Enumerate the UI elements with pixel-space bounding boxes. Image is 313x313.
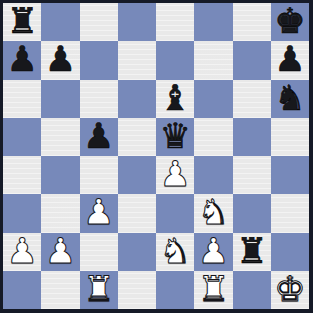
square-g1[interactable] — [233, 271, 271, 309]
square-e1[interactable] — [156, 271, 194, 309]
square-b2[interactable]: ♟ — [41, 233, 79, 271]
black-pawn: ♟ — [45, 41, 76, 78]
white-pawn: ♟ — [45, 233, 76, 270]
square-f8[interactable] — [194, 3, 232, 41]
square-f2[interactable]: ♟ — [194, 233, 232, 271]
square-g2[interactable]: ♜ — [233, 233, 271, 271]
square-a1[interactable] — [3, 271, 41, 309]
white-knight: ♞ — [198, 194, 229, 231]
square-d2[interactable] — [118, 233, 156, 271]
square-g3[interactable] — [233, 194, 271, 232]
black-bishop: ♝ — [159, 80, 190, 117]
chess-board: ♜♚♟♟♟♝♞♟♛♟♟♞♟♟♞♟♜♜♜♚ — [3, 3, 309, 309]
square-b1[interactable] — [41, 271, 79, 309]
square-g8[interactable] — [233, 3, 271, 41]
white-pawn: ♟ — [198, 233, 229, 270]
square-b6[interactable] — [41, 80, 79, 118]
square-d6[interactable] — [118, 80, 156, 118]
square-e7[interactable] — [156, 41, 194, 79]
square-f4[interactable] — [194, 156, 232, 194]
square-c7[interactable] — [80, 41, 118, 79]
square-g4[interactable] — [233, 156, 271, 194]
square-c2[interactable] — [80, 233, 118, 271]
white-rook: ♜ — [83, 271, 114, 308]
white-pawn: ♟ — [159, 156, 190, 193]
square-c1[interactable]: ♜ — [80, 271, 118, 309]
square-d5[interactable] — [118, 118, 156, 156]
square-c6[interactable] — [80, 80, 118, 118]
square-a5[interactable] — [3, 118, 41, 156]
square-h1[interactable]: ♚ — [271, 271, 309, 309]
square-g5[interactable] — [233, 118, 271, 156]
square-e6[interactable]: ♝ — [156, 80, 194, 118]
square-g6[interactable] — [233, 80, 271, 118]
square-d7[interactable] — [118, 41, 156, 79]
square-a6[interactable] — [3, 80, 41, 118]
black-king: ♚ — [274, 3, 305, 40]
white-king: ♚ — [274, 271, 305, 308]
square-c5[interactable]: ♟ — [80, 118, 118, 156]
square-e4[interactable]: ♟ — [156, 156, 194, 194]
square-e8[interactable] — [156, 3, 194, 41]
square-g7[interactable] — [233, 41, 271, 79]
black-rook: ♜ — [236, 233, 267, 270]
square-a8[interactable]: ♜ — [3, 3, 41, 41]
square-h3[interactable] — [271, 194, 309, 232]
square-f1[interactable]: ♜ — [194, 271, 232, 309]
square-a7[interactable]: ♟ — [3, 41, 41, 79]
white-rook: ♜ — [198, 271, 229, 308]
square-f7[interactable] — [194, 41, 232, 79]
black-pawn: ♟ — [274, 41, 305, 78]
square-b5[interactable] — [41, 118, 79, 156]
square-a2[interactable]: ♟ — [3, 233, 41, 271]
board-frame: ♜♚♟♟♟♝♞♟♛♟♟♞♟♟♞♟♜♜♜♚ — [0, 0, 313, 313]
square-b8[interactable] — [41, 3, 79, 41]
square-d8[interactable] — [118, 3, 156, 41]
square-h5[interactable] — [271, 118, 309, 156]
square-f5[interactable] — [194, 118, 232, 156]
square-e2[interactable]: ♞ — [156, 233, 194, 271]
square-a3[interactable] — [3, 194, 41, 232]
square-f3[interactable]: ♞ — [194, 194, 232, 232]
black-pawn: ♟ — [83, 118, 114, 155]
square-h7[interactable]: ♟ — [271, 41, 309, 79]
square-c4[interactable] — [80, 156, 118, 194]
square-h6[interactable]: ♞ — [271, 80, 309, 118]
square-b7[interactable]: ♟ — [41, 41, 79, 79]
square-c3[interactable]: ♟ — [80, 194, 118, 232]
square-b3[interactable] — [41, 194, 79, 232]
black-pawn: ♟ — [6, 41, 37, 78]
square-h8[interactable]: ♚ — [271, 3, 309, 41]
square-h2[interactable] — [271, 233, 309, 271]
white-pawn: ♟ — [83, 194, 114, 231]
square-d4[interactable] — [118, 156, 156, 194]
black-rook: ♜ — [6, 3, 37, 40]
square-f6[interactable] — [194, 80, 232, 118]
square-d3[interactable] — [118, 194, 156, 232]
square-b4[interactable] — [41, 156, 79, 194]
square-h4[interactable] — [271, 156, 309, 194]
black-queen: ♛ — [159, 118, 190, 155]
black-knight: ♞ — [274, 80, 305, 117]
square-a4[interactable] — [3, 156, 41, 194]
square-e5[interactable]: ♛ — [156, 118, 194, 156]
white-knight: ♞ — [159, 233, 190, 270]
square-c8[interactable] — [80, 3, 118, 41]
square-e3[interactable] — [156, 194, 194, 232]
square-d1[interactable] — [118, 271, 156, 309]
white-pawn: ♟ — [6, 233, 37, 270]
